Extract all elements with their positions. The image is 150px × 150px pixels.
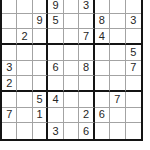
given-cell-r6c1: 2: [2, 76, 17, 92]
empty-cell-r9c7[interactable]: [95, 123, 110, 139]
empty-cell-r6c6[interactable]: [79, 76, 94, 92]
empty-cell-r1c2[interactable]: [17, 0, 32, 14]
given-cell-r2c7: 8: [95, 14, 110, 30]
given-cell-r5c9: 7: [126, 61, 141, 77]
empty-cell-r3c9[interactable]: [126, 29, 141, 45]
empty-cell-r9c9[interactable]: [126, 123, 141, 139]
empty-cell-r1c7[interactable]: [95, 0, 110, 14]
given-cell-r4c9: 5: [126, 45, 141, 61]
given-cell-r8c1: 7: [2, 108, 17, 124]
empty-cell-r9c3[interactable]: [33, 123, 48, 139]
empty-cell-r7c5[interactable]: [64, 92, 79, 108]
given-cell-r9c4: 3: [48, 123, 63, 139]
empty-cell-r4c3[interactable]: [33, 45, 48, 61]
empty-cell-r6c8[interactable]: [110, 76, 125, 92]
empty-cell-r1c1[interactable]: [2, 0, 17, 14]
empty-cell-r9c1[interactable]: [2, 123, 17, 139]
given-cell-r2c9: 3: [126, 14, 141, 30]
given-cell-r8c6: 2: [79, 108, 94, 124]
empty-cell-r8c2[interactable]: [17, 108, 32, 124]
empty-cell-r1c3[interactable]: [33, 0, 48, 14]
empty-cell-r7c6[interactable]: [79, 92, 94, 108]
empty-cell-r2c1[interactable]: [2, 14, 17, 30]
empty-cell-r5c3[interactable]: [33, 61, 48, 77]
given-cell-r3c7: 4: [95, 29, 110, 45]
empty-cell-r6c4[interactable]: [48, 76, 63, 92]
empty-cell-r5c8[interactable]: [110, 61, 125, 77]
sudoku-board: 939583274536872547712636: [0, 0, 143, 141]
empty-cell-r1c9[interactable]: [126, 0, 141, 14]
empty-cell-r3c1[interactable]: [2, 29, 17, 45]
empty-cell-r3c4[interactable]: [48, 29, 63, 45]
given-cell-r5c4: 6: [48, 61, 63, 77]
empty-cell-r3c5[interactable]: [64, 29, 79, 45]
given-cell-r7c8: 7: [110, 92, 125, 108]
empty-cell-r2c6[interactable]: [79, 14, 94, 30]
given-cell-r2c4: 5: [48, 14, 63, 30]
given-cell-r2c3: 9: [33, 14, 48, 30]
empty-cell-r7c1[interactable]: [2, 92, 17, 108]
empty-cell-r2c2[interactable]: [17, 14, 32, 30]
empty-cell-r3c8[interactable]: [110, 29, 125, 45]
empty-cell-r5c2[interactable]: [17, 61, 32, 77]
empty-cell-r1c8[interactable]: [110, 0, 125, 14]
given-cell-r7c3: 5: [33, 92, 48, 108]
empty-cell-r4c8[interactable]: [110, 45, 125, 61]
empty-cell-r6c5[interactable]: [64, 76, 79, 92]
given-cell-r1c6: 3: [79, 0, 94, 14]
empty-cell-r4c5[interactable]: [64, 45, 79, 61]
given-cell-r8c3: 1: [33, 108, 48, 124]
empty-cell-r3c3[interactable]: [33, 29, 48, 45]
empty-cell-r8c8[interactable]: [110, 108, 125, 124]
empty-cell-r7c7[interactable]: [95, 92, 110, 108]
empty-cell-r6c7[interactable]: [95, 76, 110, 92]
empty-cell-r7c2[interactable]: [17, 92, 32, 108]
empty-cell-r2c8[interactable]: [110, 14, 125, 30]
empty-cell-r2c5[interactable]: [64, 14, 79, 30]
empty-cell-r6c9[interactable]: [126, 76, 141, 92]
empty-cell-r9c8[interactable]: [110, 123, 125, 139]
empty-cell-r6c2[interactable]: [17, 76, 32, 92]
empty-cell-r5c5[interactable]: [64, 61, 79, 77]
empty-cell-r4c2[interactable]: [17, 45, 32, 61]
empty-cell-r9c5[interactable]: [64, 123, 79, 139]
given-cell-r5c6: 8: [79, 61, 94, 77]
empty-cell-r1c5[interactable]: [64, 0, 79, 14]
given-cell-r9c6: 6: [79, 123, 94, 139]
empty-cell-r6c3[interactable]: [33, 76, 48, 92]
given-cell-r5c1: 3: [2, 61, 17, 77]
given-cell-r7c4: 4: [48, 92, 63, 108]
empty-cell-r4c1[interactable]: [2, 45, 17, 61]
empty-cell-r9c2[interactable]: [17, 123, 32, 139]
empty-cell-r4c7[interactable]: [95, 45, 110, 61]
empty-cell-r4c6[interactable]: [79, 45, 94, 61]
empty-cell-r5c7[interactable]: [95, 61, 110, 77]
sudoku-screenshot: 939583274536872547712636: [0, 0, 150, 150]
empty-cell-r4c4[interactable]: [48, 45, 63, 61]
empty-cell-r8c9[interactable]: [126, 108, 141, 124]
empty-cell-r8c4[interactable]: [48, 108, 63, 124]
given-cell-r8c7: 6: [95, 108, 110, 124]
empty-cell-r7c9[interactable]: [126, 92, 141, 108]
empty-cell-r8c5[interactable]: [64, 108, 79, 124]
given-cell-r3c2: 2: [17, 29, 32, 45]
given-cell-r3c6: 7: [79, 29, 94, 45]
given-cell-r1c4: 9: [48, 0, 63, 14]
